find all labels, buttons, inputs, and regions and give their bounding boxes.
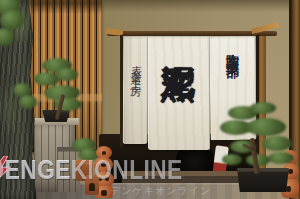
foliage-pad (262, 136, 292, 151)
watermark-small-text: デンゲキオンライン (110, 184, 211, 198)
foliage-pad (250, 102, 276, 114)
calligraphy-left-panel: 表参道工房 (130, 56, 142, 81)
watermark-text-overflow: DENGE (0, 155, 71, 185)
storefront-photo: 表参道工房 彩泥窯 陶芸・倶楽部 (0, 0, 300, 199)
foliage-pad (56, 68, 78, 81)
jar-hole (101, 190, 107, 196)
tree-foliage-top (0, 0, 28, 54)
bonsai-left (34, 52, 86, 122)
eave-shadow (88, 0, 300, 12)
tree-leaves-mid (13, 83, 37, 113)
foliage-pad (246, 118, 286, 136)
calligraphy-right-panel: 陶芸・倶楽部 (226, 44, 239, 56)
noren-panel-center: 彩泥窯 (148, 36, 210, 150)
watermark-band: DENGEKIONLINE DENGE (0, 154, 300, 186)
noren-panel-left: 表参道工房 (123, 36, 149, 144)
foliage-pad (0, 10, 24, 30)
foliage-pad (19, 95, 37, 109)
foliage-pad (0, 28, 14, 46)
